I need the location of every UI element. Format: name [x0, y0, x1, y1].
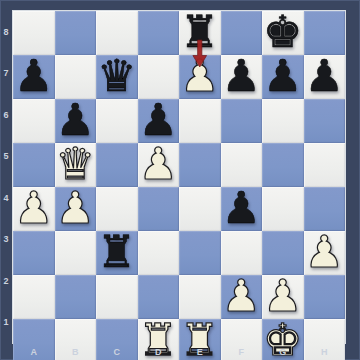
square-h3[interactable]: ♟: [304, 231, 346, 275]
square-b2[interactable]: [55, 275, 97, 319]
white-queen[interactable]: ♛: [56, 142, 95, 186]
black-pawn[interactable]: ♟: [139, 98, 178, 142]
square-h6[interactable]: [304, 99, 346, 143]
square-g3[interactable]: [262, 231, 304, 275]
square-e6[interactable]: [179, 99, 221, 143]
black-rook[interactable]: ♜: [180, 10, 219, 54]
chess-app-window: ♜♚♟♛♟♟♟♟♟♟♛♟♟♟♟♜♟♟♟♜♜♚ 87654321ABCDEFGH: [0, 0, 360, 360]
square-b4[interactable]: ♟: [55, 187, 97, 231]
square-d3[interactable]: [138, 231, 180, 275]
white-pawn[interactable]: ♟: [139, 142, 178, 186]
square-f3[interactable]: [221, 231, 263, 275]
square-h2[interactable]: [304, 275, 346, 319]
square-e5[interactable]: [179, 143, 221, 187]
square-g2[interactable]: ♟: [262, 275, 304, 319]
square-b7[interactable]: [55, 55, 97, 99]
file-label-b: B: [55, 345, 97, 359]
square-h8[interactable]: [304, 11, 346, 55]
square-f2[interactable]: ♟: [221, 275, 263, 319]
rank-label-6: 6: [0, 94, 12, 136]
square-c8[interactable]: [96, 11, 138, 55]
black-king[interactable]: ♚: [263, 10, 302, 54]
square-d6[interactable]: ♟: [138, 99, 180, 143]
square-a3[interactable]: [13, 231, 55, 275]
file-label-g: G: [262, 345, 304, 359]
chess-board: ♜♚♟♛♟♟♟♟♟♟♛♟♟♟♟♜♟♟♟♜♜♚: [12, 10, 346, 344]
black-pawn[interactable]: ♟: [263, 54, 302, 98]
white-pawn[interactable]: ♟: [56, 186, 95, 230]
square-f7[interactable]: ♟: [221, 55, 263, 99]
square-f8[interactable]: [221, 11, 263, 55]
square-g8[interactable]: ♚: [262, 11, 304, 55]
square-c7[interactable]: ♛: [96, 55, 138, 99]
rank-label-8: 8: [0, 11, 12, 53]
white-pawn[interactable]: ♟: [180, 54, 219, 98]
square-g6[interactable]: [262, 99, 304, 143]
file-label-e: E: [179, 345, 221, 359]
rank-label-4: 4: [0, 177, 12, 219]
white-pawn[interactable]: ♟: [14, 186, 53, 230]
square-a2[interactable]: [13, 275, 55, 319]
file-label-f: F: [221, 345, 263, 359]
black-queen[interactable]: ♛: [97, 54, 136, 98]
black-pawn[interactable]: ♟: [222, 54, 261, 98]
square-g5[interactable]: [262, 143, 304, 187]
white-pawn[interactable]: ♟: [263, 274, 302, 318]
square-h5[interactable]: [304, 143, 346, 187]
square-a8[interactable]: [13, 11, 55, 55]
square-h4[interactable]: [304, 187, 346, 231]
square-b6[interactable]: ♟: [55, 99, 97, 143]
square-d8[interactable]: [138, 11, 180, 55]
square-a4[interactable]: ♟: [13, 187, 55, 231]
rank-label-1: 1: [0, 302, 12, 344]
white-pawn[interactable]: ♟: [222, 274, 261, 318]
black-pawn[interactable]: ♟: [222, 186, 261, 230]
square-a5[interactable]: [13, 143, 55, 187]
black-pawn[interactable]: ♟: [14, 54, 53, 98]
square-b8[interactable]: [55, 11, 97, 55]
square-a6[interactable]: [13, 99, 55, 143]
file-label-a: A: [13, 345, 55, 359]
square-h7[interactable]: ♟: [304, 55, 346, 99]
black-rook[interactable]: ♜: [97, 230, 136, 274]
square-c2[interactable]: [96, 275, 138, 319]
file-label-h: H: [304, 345, 346, 359]
square-e8[interactable]: ♜: [179, 11, 221, 55]
square-d5[interactable]: ♟: [138, 143, 180, 187]
rank-label-7: 7: [0, 53, 12, 95]
square-f5[interactable]: [221, 143, 263, 187]
rank-label-2: 2: [0, 260, 12, 302]
square-e2[interactable]: [179, 275, 221, 319]
file-label-c: C: [96, 345, 138, 359]
square-e4[interactable]: [179, 187, 221, 231]
square-a7[interactable]: ♟: [13, 55, 55, 99]
file-label-d: D: [138, 345, 180, 359]
square-g4[interactable]: [262, 187, 304, 231]
black-pawn[interactable]: ♟: [56, 98, 95, 142]
rank-label-3: 3: [0, 219, 12, 261]
square-b3[interactable]: [55, 231, 97, 275]
square-c6[interactable]: [96, 99, 138, 143]
square-d4[interactable]: [138, 187, 180, 231]
square-g7[interactable]: ♟: [262, 55, 304, 99]
square-d7[interactable]: [138, 55, 180, 99]
square-f4[interactable]: ♟: [221, 187, 263, 231]
square-e3[interactable]: [179, 231, 221, 275]
square-c5[interactable]: [96, 143, 138, 187]
square-b5[interactable]: ♛: [55, 143, 97, 187]
square-d2[interactable]: [138, 275, 180, 319]
square-f6[interactable]: [221, 99, 263, 143]
black-pawn[interactable]: ♟: [305, 54, 344, 98]
square-c4[interactable]: [96, 187, 138, 231]
square-e7[interactable]: ♟: [179, 55, 221, 99]
rank-label-5: 5: [0, 136, 12, 178]
white-pawn[interactable]: ♟: [305, 230, 344, 274]
square-c3[interactable]: ♜: [96, 231, 138, 275]
